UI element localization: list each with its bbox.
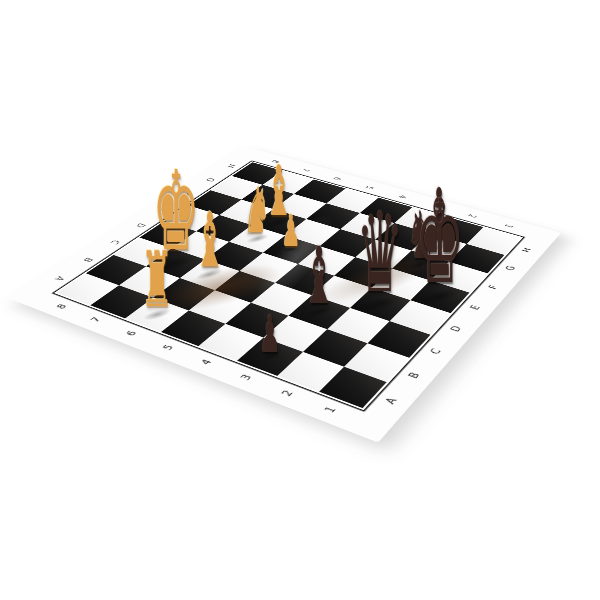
chess-mat: 87654321 ABCDEFGH ABCDEFGH 87654321 [9, 146, 561, 442]
board-grid [57, 162, 521, 408]
product-photo-stage: 87654321 ABCDEFGH ABCDEFGH 87654321 ♚♜♝♞… [0, 0, 600, 600]
